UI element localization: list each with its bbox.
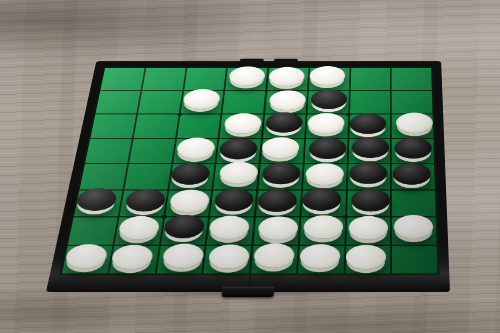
cell-d5[interactable] — [214, 164, 259, 189]
cell-e5[interactable] — [258, 164, 302, 189]
cell-g1[interactable] — [350, 68, 390, 90]
cell-g3[interactable] — [349, 114, 390, 137]
cell-c1[interactable] — [184, 68, 227, 90]
white-disc — [117, 216, 160, 239]
cell-b3[interactable] — [134, 114, 179, 137]
white-disc — [253, 243, 295, 267]
cell-b1[interactable] — [142, 68, 185, 90]
star-point-icon — [177, 113, 183, 116]
photo-scene — [0, 0, 500, 333]
black-disc — [392, 163, 430, 185]
black-disc — [124, 189, 166, 211]
black-disc — [302, 188, 342, 210]
white-disc — [348, 216, 388, 239]
white-disc — [268, 67, 305, 86]
white-disc — [208, 216, 250, 239]
cell-h5[interactable] — [392, 164, 435, 189]
cell-g8[interactable] — [345, 246, 390, 274]
cell-c6[interactable] — [165, 190, 212, 216]
black-disc — [351, 137, 389, 158]
black-disc — [349, 162, 387, 184]
star-point-icon — [161, 215, 167, 219]
cell-g5[interactable] — [347, 164, 390, 189]
cell-a1[interactable] — [101, 68, 145, 90]
cell-a6[interactable] — [74, 190, 122, 216]
black-disc — [351, 189, 390, 211]
cell-h3[interactable] — [392, 114, 433, 137]
white-disc — [228, 67, 266, 86]
star-point-icon — [342, 215, 348, 219]
white-disc — [169, 190, 211, 212]
cell-d4[interactable] — [217, 139, 261, 163]
cell-a2[interactable] — [96, 91, 141, 114]
cell-e6[interactable] — [256, 190, 301, 216]
cell-e1[interactable] — [267, 68, 308, 90]
cell-h2[interactable] — [392, 91, 433, 114]
cell-b7[interactable] — [114, 217, 162, 244]
cell-f4[interactable] — [304, 139, 347, 163]
cell-g7[interactable] — [346, 217, 390, 244]
cell-a4[interactable] — [85, 139, 131, 163]
cell-d7[interactable] — [207, 217, 254, 244]
white-disc — [307, 113, 345, 133]
cell-d8[interactable] — [203, 246, 251, 274]
white-disc — [396, 113, 433, 133]
black-disc — [262, 163, 302, 185]
black-disc — [310, 89, 347, 109]
cell-e4[interactable] — [260, 139, 303, 163]
cell-e3[interactable] — [263, 114, 306, 137]
othello-board — [46, 61, 450, 292]
white-disc — [303, 216, 343, 239]
cell-f6[interactable] — [301, 190, 345, 216]
hinge-tab-right — [274, 59, 298, 64]
cell-g6[interactable] — [347, 190, 391, 216]
cell-c7[interactable] — [161, 217, 209, 244]
cell-g2[interactable] — [350, 91, 391, 114]
cell-a3[interactable] — [90, 114, 135, 137]
cell-b6[interactable] — [119, 190, 166, 216]
cell-d6[interactable] — [210, 190, 256, 216]
white-disc — [182, 89, 221, 108]
star-point-icon — [346, 113, 351, 116]
cell-a8[interactable] — [62, 246, 112, 274]
clasp-tab — [221, 287, 274, 298]
cell-b2[interactable] — [138, 91, 182, 114]
black-disc — [257, 189, 297, 211]
cell-c4[interactable] — [173, 139, 218, 163]
black-disc — [213, 188, 254, 210]
cell-c5[interactable] — [169, 164, 215, 189]
white-disc — [309, 66, 345, 85]
white-disc — [258, 217, 299, 240]
white-disc — [299, 244, 340, 268]
cell-h4[interactable] — [392, 139, 434, 163]
cell-b4[interactable] — [129, 139, 175, 163]
white-disc — [161, 244, 204, 268]
black-disc — [349, 114, 386, 134]
cell-e2[interactable] — [265, 91, 307, 114]
white-disc — [207, 244, 250, 268]
white-disc — [261, 137, 300, 158]
cell-f3[interactable] — [306, 114, 348, 137]
cell-g4[interactable] — [348, 139, 390, 163]
black-disc — [309, 138, 347, 159]
cell-h7[interactable] — [392, 217, 436, 244]
white-disc — [393, 215, 433, 238]
cell-d2[interactable] — [223, 91, 266, 114]
cell-b8[interactable] — [109, 246, 158, 274]
white-disc — [176, 138, 216, 159]
hinge-tab-left — [239, 59, 263, 64]
white-disc — [218, 162, 258, 184]
cell-f8[interactable] — [298, 246, 344, 274]
white-disc — [305, 163, 344, 185]
black-disc — [218, 138, 258, 159]
cell-f5[interactable] — [303, 164, 347, 189]
cell-a7[interactable] — [68, 217, 117, 244]
white-disc — [64, 244, 109, 268]
black-disc — [394, 138, 432, 159]
cell-c2[interactable] — [180, 91, 223, 114]
cell-h6[interactable] — [392, 190, 436, 216]
cell-f2[interactable] — [307, 91, 348, 114]
black-disc — [75, 188, 118, 210]
cell-h8[interactable] — [392, 246, 437, 274]
white-disc — [110, 245, 154, 269]
cell-c8[interactable] — [156, 246, 205, 274]
black-disc — [265, 113, 303, 133]
cell-b5[interactable] — [124, 164, 171, 189]
board-grid — [60, 67, 440, 275]
cell-c3[interactable] — [177, 114, 221, 137]
cell-d3[interactable] — [220, 114, 263, 137]
white-disc — [223, 113, 262, 133]
cell-d1[interactable] — [225, 68, 267, 90]
cell-h1[interactable] — [392, 68, 432, 90]
white-disc — [269, 90, 307, 110]
cell-a5[interactable] — [80, 164, 127, 189]
white-disc — [345, 245, 386, 269]
cell-f1[interactable] — [309, 68, 350, 90]
black-disc — [163, 215, 206, 238]
cell-e7[interactable] — [253, 217, 299, 244]
black-disc — [170, 163, 211, 185]
cell-f7[interactable] — [300, 217, 345, 244]
cell-e8[interactable] — [251, 246, 298, 274]
